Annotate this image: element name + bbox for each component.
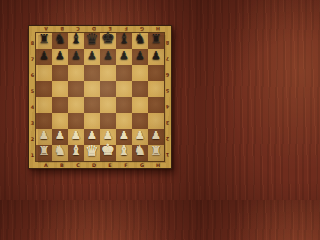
square-b7[interactable]: ♟ [52,49,68,65]
rank-label-6: 6 [165,68,171,81]
square-d1[interactable]: ♛ [84,145,100,161]
square-c8[interactable]: ♝ [68,33,84,49]
square-f1[interactable]: ♝ [116,145,132,161]
white-pawn-icon[interactable]: ♟ [151,130,161,141]
square-f6[interactable] [116,65,132,81]
black-pawn-icon[interactable]: ♟ [119,50,129,61]
black-pawn-icon[interactable]: ♟ [39,50,49,61]
black-knight-icon[interactable]: ♞ [134,32,146,46]
square-f7[interactable]: ♟ [116,49,132,65]
rank-label-3: 3 [165,116,171,129]
rank-label-4: 4 [30,100,36,113]
chess-board: ♜♞♝♛♚♝♞♜♟♟♟♟♟♟♟♟♟♟♟♟♟♟♟♟♜♞♝♛♚♝♞♜ 8765432… [28,25,172,169]
square-d8[interactable]: ♛ [84,33,100,49]
white-pawn-icon[interactable]: ♟ [87,130,97,141]
white-pawn-icon[interactable]: ♟ [39,130,49,141]
wood-table-background: { "game": "chess", "scene": "3D wooden c… [0,0,200,200]
black-rook-icon[interactable]: ♜ [38,33,49,46]
square-a5[interactable] [36,81,52,97]
white-pawn-icon[interactable]: ♟ [103,130,113,141]
square-b3[interactable] [52,113,68,129]
white-knight-icon[interactable]: ♞ [54,144,66,158]
square-f5[interactable] [116,81,132,97]
rank-label-4: 4 [165,100,171,113]
square-b6[interactable] [52,65,68,81]
square-e8[interactable]: ♚ [100,33,116,49]
square-a6[interactable] [36,65,52,81]
square-g7[interactable]: ♟ [132,49,148,65]
square-e7[interactable]: ♟ [100,49,116,65]
square-a1[interactable]: ♜ [36,145,52,161]
white-bishop-icon[interactable]: ♝ [118,144,130,158]
rank-label-7: 7 [165,52,171,65]
black-pawn-icon[interactable]: ♟ [87,50,97,61]
black-bishop-icon[interactable]: ♝ [118,32,130,46]
white-knight-icon[interactable]: ♞ [134,144,146,158]
rank-labels-left: 87654321 [29,35,36,163]
square-f3[interactable] [116,113,132,129]
white-rook-icon[interactable]: ♜ [150,145,161,158]
white-bishop-icon[interactable]: ♝ [70,144,82,158]
square-c7[interactable]: ♟ [68,49,84,65]
square-h5[interactable] [148,81,164,97]
square-h4[interactable] [148,97,164,113]
rank-labels-right: 87654321 [164,35,171,163]
square-d7[interactable]: ♟ [84,49,100,65]
black-pawn-icon[interactable]: ♟ [71,50,81,61]
file-label-g: G [135,162,148,168]
rank-label-1: 1 [30,148,36,161]
square-b4[interactable] [52,97,68,113]
square-h1[interactable]: ♜ [148,145,164,161]
file-label-h: H [151,162,164,168]
rank-label-7: 7 [30,52,36,65]
file-label-d: D [87,162,100,168]
file-label-e: E [103,162,116,168]
black-queen-icon[interactable]: ♛ [85,32,98,47]
square-c4[interactable] [68,97,84,113]
white-pawn-icon[interactable]: ♟ [119,130,129,141]
square-c3[interactable] [68,113,84,129]
square-d5[interactable] [84,81,100,97]
black-king-icon[interactable]: ♚ [101,31,115,47]
black-rook-icon[interactable]: ♜ [150,33,161,46]
square-h6[interactable] [148,65,164,81]
file-label-b: B [55,162,68,168]
white-pawn-icon[interactable]: ♟ [135,130,145,141]
rank-label-1: 1 [165,148,171,161]
square-e6[interactable] [100,65,116,81]
square-g4[interactable] [132,97,148,113]
black-knight-icon[interactable]: ♞ [54,32,66,46]
white-queen-icon[interactable]: ♛ [85,144,98,159]
board-squares: ♜♞♝♛♚♝♞♜♟♟♟♟♟♟♟♟♟♟♟♟♟♟♟♟♜♞♝♛♚♝♞♜ [36,33,164,161]
file-label-f: F [119,162,132,168]
square-b5[interactable] [52,81,68,97]
square-d3[interactable] [84,113,100,129]
square-b8[interactable]: ♞ [52,33,68,49]
white-rook-icon[interactable]: ♜ [38,145,49,158]
black-pawn-icon[interactable]: ♟ [135,50,145,61]
square-c6[interactable] [68,65,84,81]
square-d6[interactable] [84,65,100,81]
square-a8[interactable]: ♜ [36,33,52,49]
white-pawn-icon[interactable]: ♟ [71,130,81,141]
black-bishop-icon[interactable]: ♝ [70,32,82,46]
white-pawn-icon[interactable]: ♟ [55,130,65,141]
black-pawn-icon[interactable]: ♟ [55,50,65,61]
file-label-c: C [71,162,84,168]
file-labels-bottom: ABCDEFGH [38,161,166,168]
square-e1[interactable]: ♚ [100,145,116,161]
square-c5[interactable] [68,81,84,97]
rank-label-2: 2 [165,132,171,145]
file-label-a: A [39,162,52,168]
white-king-icon[interactable]: ♚ [101,143,115,159]
square-e5[interactable] [100,81,116,97]
rank-label-6: 6 [30,68,36,81]
rank-label-3: 3 [30,116,36,129]
square-h8[interactable]: ♜ [148,33,164,49]
square-g8[interactable]: ♞ [132,33,148,49]
square-f8[interactable]: ♝ [116,33,132,49]
square-g6[interactable] [132,65,148,81]
square-a4[interactable] [36,97,52,113]
square-d4[interactable] [84,97,100,113]
square-h7[interactable]: ♟ [148,49,164,65]
square-g5[interactable] [132,81,148,97]
square-b1[interactable]: ♞ [52,145,68,161]
rank-label-8: 8 [165,36,171,49]
black-pawn-icon[interactable]: ♟ [151,50,161,61]
square-e3[interactable] [100,113,116,129]
square-a3[interactable] [36,113,52,129]
black-pawn-icon[interactable]: ♟ [103,50,113,61]
rank-label-5: 5 [165,84,171,97]
square-e4[interactable] [100,97,116,113]
rank-label-2: 2 [30,132,36,145]
rank-label-8: 8 [30,36,36,49]
square-g1[interactable]: ♞ [132,145,148,161]
square-f4[interactable] [116,97,132,113]
square-a7[interactable]: ♟ [36,49,52,65]
square-c1[interactable]: ♝ [68,145,84,161]
square-h3[interactable] [148,113,164,129]
rank-label-5: 5 [30,84,36,97]
square-g3[interactable] [132,113,148,129]
